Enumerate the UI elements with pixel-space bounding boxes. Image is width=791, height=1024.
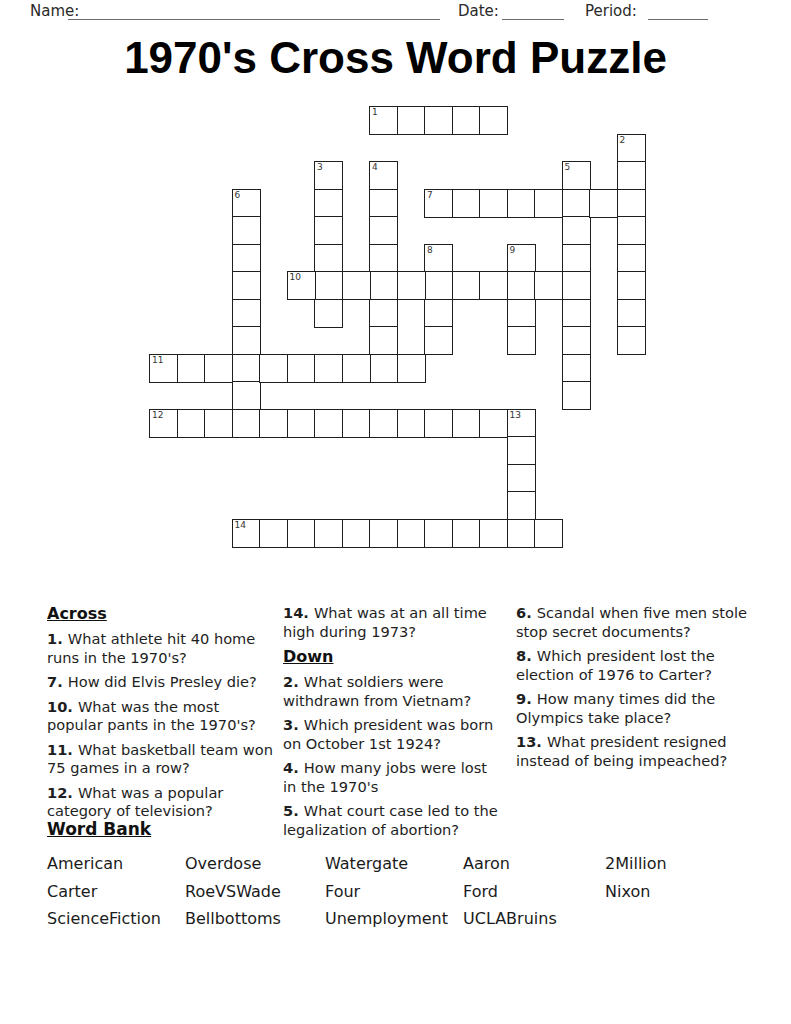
word-bank-word-uclabruins: UCLABruins (463, 905, 605, 933)
date-field[interactable] (502, 3, 564, 20)
grid-cell-r3c12[interactable] (479, 189, 508, 218)
grid-cell-r3c16[interactable] (589, 189, 618, 218)
grid-cell-r10c15[interactable] (562, 381, 591, 410)
grid-cell-r5c8[interactable] (369, 244, 398, 273)
grid-cell-r5c17[interactable] (617, 244, 646, 273)
grid-cell-r15c11[interactable] (452, 519, 481, 548)
clue-number-label: 4. (283, 759, 304, 776)
grid-cell-r4c6[interactable] (314, 216, 343, 245)
word-bank-rows: AmericanOverdoseWatergateAaron2MillionCa… (47, 850, 757, 933)
cell-number-1: 1 (372, 107, 378, 117)
grid-cell-r7c8[interactable] (369, 299, 398, 328)
word-bank-word-american: American (47, 850, 185, 878)
clue-number-label: 11. (47, 741, 78, 758)
grid-cell-r11c12[interactable] (479, 409, 508, 438)
grid-cell-r8c8[interactable] (369, 326, 398, 355)
grid-cell-r3c3[interactable]: 6 (232, 189, 261, 218)
word-bank-word-unemployment: Unemployment (325, 905, 463, 933)
grid-cell-r3c17[interactable] (617, 189, 646, 218)
grid-cell-r5c3[interactable] (232, 244, 261, 273)
word-bank-word-2million: 2Million (605, 850, 757, 878)
grid-cell-r12c13[interactable] (507, 436, 536, 465)
grid-cell-r5c10[interactable]: 8 (424, 244, 453, 273)
clue-11: 11. What basketball team won 75 games in… (47, 741, 275, 778)
grid-cell-r5c6[interactable] (314, 244, 343, 273)
word-bank-row-2: CarterRoeVSWadeFourFordNixon (47, 878, 757, 906)
grid-cell-r8c15[interactable] (562, 326, 591, 355)
grid-cell-r3c14[interactable] (534, 189, 563, 218)
grid-cell-r6c12[interactable] (479, 271, 508, 300)
grid-cell-r11c5[interactable] (287, 409, 316, 438)
worksheet-page: { "game": "crossword", "title": "1970's … (0, 0, 791, 1024)
grid-cell-r11c3[interactable] (232, 409, 261, 438)
clue-number-label: 10. (47, 698, 78, 715)
grid-cell-r5c13[interactable]: 9 (507, 244, 536, 273)
grid-cell-r2c17[interactable] (617, 161, 646, 190)
grid-cell-r3c10[interactable]: 7 (424, 189, 453, 218)
cell-number-11: 11 (152, 355, 163, 365)
grid-cell-r4c3[interactable] (232, 216, 261, 245)
grid-cell-r11c4[interactable] (259, 409, 288, 438)
grid-cell-r9c7[interactable] (342, 354, 371, 383)
grid-cell-r14c13[interactable] (507, 491, 536, 520)
grid-cell-r6c10[interactable] (424, 271, 453, 300)
grid-cell-r10c3[interactable] (232, 381, 261, 410)
grid-cell-r9c1[interactable] (177, 354, 206, 383)
grid-cell-r6c14[interactable] (534, 271, 563, 300)
grid-cell-r3c6[interactable] (314, 189, 343, 218)
grid-cell-r15c4[interactable] (259, 519, 288, 548)
grid-cell-r9c3[interactable] (232, 354, 261, 383)
grid-cell-r9c8[interactable] (369, 354, 398, 383)
grid-cell-r15c8[interactable] (369, 519, 398, 548)
clue-number-label: 3. (283, 716, 304, 733)
grid-cell-r4c17[interactable] (617, 216, 646, 245)
grid-cell-r6c3[interactable] (232, 271, 261, 300)
page-title: 1970's Cross Word Puzzle (0, 33, 791, 83)
word-bank-word-overdose: Overdose (185, 850, 325, 878)
clue-number-label: 13. (516, 733, 547, 750)
grid-cell-r0c12[interactable] (479, 106, 508, 135)
clue-number-label: 2. (283, 673, 304, 690)
cell-number-12: 12 (152, 410, 163, 420)
grid-cell-r9c15[interactable] (562, 354, 591, 383)
grid-cell-r7c15[interactable] (562, 299, 591, 328)
clue-number-label: 7. (47, 673, 68, 690)
grid-cell-r11c8[interactable] (369, 409, 398, 438)
grid-cell-r2c6[interactable]: 3 (314, 161, 343, 190)
grid-cell-r6c11[interactable] (452, 271, 481, 300)
word-bank-word-nixon: Nixon (605, 878, 757, 906)
word-bank-row-3: ScienceFictionBellbottomsUnemploymentUCL… (47, 905, 757, 933)
cell-number-13: 13 (510, 410, 521, 420)
clue-number-label: 1. (47, 630, 68, 647)
grid-cell-r11c13[interactable]: 13 (507, 409, 536, 438)
clue-column-3: 6. Scandal when five men stole stop secr… (516, 604, 748, 776)
cell-number-4: 4 (372, 162, 378, 172)
clue-3: 3. Which president was born on October 1… (283, 716, 499, 753)
clue-1: 1. What athlete hit 40 home runs in the … (47, 630, 275, 667)
grid-cell-r0c11[interactable] (452, 106, 481, 135)
grid-cell-r11c10[interactable] (424, 409, 453, 438)
grid-cell-r15c5[interactable] (287, 519, 316, 548)
grid-cell-r4c8[interactable] (369, 216, 398, 245)
grid-cell-r15c9[interactable] (397, 519, 426, 548)
grid-cell-r7c3[interactable] (232, 299, 261, 328)
name-field[interactable] (68, 3, 440, 20)
grid-cell-r1c17[interactable]: 2 (617, 134, 646, 163)
grid-cell-r3c11[interactable] (452, 189, 481, 218)
clue-number-label: 12. (47, 784, 78, 801)
grid-cell-r4c15[interactable] (562, 216, 591, 245)
clue-number-label: 9. (516, 690, 537, 707)
grid-cell-r2c8[interactable]: 4 (369, 161, 398, 190)
word-bank-row-1: AmericanOverdoseWatergateAaron2Million (47, 850, 757, 878)
clue-8: 8. Which president lost the election of … (516, 647, 748, 684)
grid-cell-r9c5[interactable] (287, 354, 316, 383)
grid-cell-r0c8[interactable]: 1 (369, 106, 398, 135)
grid-cell-r8c3[interactable] (232, 326, 261, 355)
clue-12: 12. What was a popular category of telev… (47, 784, 275, 821)
clue-column-1: Across1. What athlete hit 40 home runs i… (47, 604, 275, 827)
cell-number-5: 5 (565, 162, 571, 172)
word-bank-word-watergate: Watergate (325, 850, 463, 878)
across-header: Across (47, 604, 275, 623)
date-label: Date: (458, 2, 499, 20)
grid-cell-r15c6[interactable] (314, 519, 343, 548)
clue-number-label: 8. (516, 647, 537, 664)
grid-cell-r15c13[interactable] (507, 519, 536, 548)
grid-cell-r5c15[interactable] (562, 244, 591, 273)
grid-cell-r6c15[interactable] (562, 271, 591, 300)
grid-cell-r15c12[interactable] (479, 519, 508, 548)
period-label: Period: (585, 2, 637, 20)
grid-cell-r15c10[interactable] (424, 519, 453, 548)
grid-cell-r11c0[interactable]: 12 (149, 409, 178, 438)
clue-2: 2. What soldiers were withdrawn from Vie… (283, 673, 499, 710)
grid-cell-r15c7[interactable] (342, 519, 371, 548)
grid-cell-r11c9[interactable] (397, 409, 426, 438)
grid-cell-r7c6[interactable] (314, 299, 343, 328)
word-bank-word-ford: Ford (463, 878, 605, 906)
word-bank-word-bellbottoms: Bellbottoms (185, 905, 325, 933)
word-bank-word-four: Four (325, 878, 463, 906)
clue-number-label: 14. (283, 604, 314, 621)
cell-number-3: 3 (317, 162, 323, 172)
period-field[interactable] (648, 3, 708, 20)
clue-4: 4. How many jobs were lost in the 1970's (283, 759, 499, 796)
down-header: Down (283, 647, 499, 666)
word-bank-word-sciencefiction: ScienceFiction (47, 905, 185, 933)
cell-number-14: 14 (235, 520, 246, 530)
clue-number-label: 5. (283, 802, 304, 819)
grid-cell-r6c8[interactable] (369, 271, 398, 300)
grid-cell-r6c5[interactable]: 10 (287, 271, 316, 300)
grid-cell-r6c9[interactable] (397, 271, 426, 300)
crossword-grid: 1234567891011121314 (149, 106, 646, 548)
grid-cell-r11c7[interactable] (342, 409, 371, 438)
grid-cell-r7c10[interactable] (424, 299, 453, 328)
grid-cell-r11c6[interactable] (314, 409, 343, 438)
word-bank-word-aaron: Aaron (463, 850, 605, 878)
word-bank: Word Bank AmericanOverdoseWatergateAaron… (47, 819, 757, 933)
grid-cell-r8c10[interactable] (424, 326, 453, 355)
grid-cell-r11c2[interactable] (204, 409, 233, 438)
grid-cell-r3c15[interactable] (562, 189, 591, 218)
grid-cell-r9c2[interactable] (204, 354, 233, 383)
clue-number-label: 6. (516, 604, 537, 621)
grid-cell-r9c0[interactable]: 11 (149, 354, 178, 383)
grid-cell-r3c13[interactable] (507, 189, 536, 218)
grid-cell-r6c17[interactable] (617, 271, 646, 300)
grid-cell-r15c14[interactable] (534, 519, 563, 548)
cell-number-8: 8 (427, 245, 433, 255)
word-bank-header: Word Bank (47, 819, 757, 839)
grid-cell-r0c9[interactable] (397, 106, 426, 135)
grid-cell-r11c11[interactable] (452, 409, 481, 438)
grid-cell-r8c13[interactable] (507, 326, 536, 355)
grid-cell-r11c1[interactable] (177, 409, 206, 438)
grid-cell-r9c6[interactable] (314, 354, 343, 383)
grid-cell-r8c17[interactable] (617, 326, 646, 355)
clue-column-2: 14. What was at an all time high during … (283, 604, 499, 845)
clue-7: 7. How did Elvis Presley die? (47, 673, 275, 692)
grid-cell-r13c13[interactable] (507, 464, 536, 493)
grid-cell-r9c9[interactable] (397, 354, 426, 383)
cell-number-2: 2 (620, 135, 626, 145)
grid-cell-r2c15[interactable]: 5 (562, 161, 591, 190)
cell-number-9: 9 (510, 245, 516, 255)
clue-9: 9. How many times did the Olympics take … (516, 690, 748, 727)
cell-number-6: 6 (235, 190, 241, 200)
grid-cell-r0c10[interactable] (424, 106, 453, 135)
cell-number-10: 10 (290, 272, 301, 282)
grid-cell-r6c13[interactable] (507, 271, 536, 300)
clue-14: 14. What was at an all time high during … (283, 604, 499, 641)
grid-cell-r6c6[interactable] (314, 271, 343, 300)
clue-13: 13. What president resigned instead of b… (516, 733, 748, 770)
word-bank-word-carter: Carter (47, 878, 185, 906)
grid-cell-r6c7[interactable] (342, 271, 371, 300)
cell-number-7: 7 (427, 190, 433, 200)
grid-cell-r15c3[interactable]: 14 (232, 519, 261, 548)
grid-cell-r3c8[interactable] (369, 189, 398, 218)
grid-cell-r9c4[interactable] (259, 354, 288, 383)
word-bank-word-roevswade: RoeVSWade (185, 878, 325, 906)
clue-6: 6. Scandal when five men stole stop secr… (516, 604, 748, 641)
grid-cell-r7c13[interactable] (507, 299, 536, 328)
clue-10: 10. What was the most popular pants in t… (47, 698, 275, 735)
grid-cell-r7c17[interactable] (617, 299, 646, 328)
